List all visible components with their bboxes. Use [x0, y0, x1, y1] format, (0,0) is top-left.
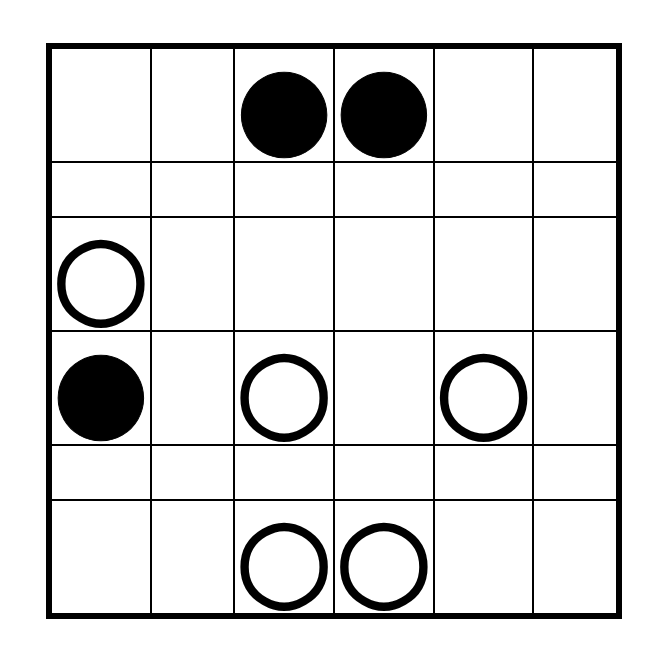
- cell-r1c4[interactable]: ●: [335, 49, 433, 161]
- cell-r5c4[interactable]: [335, 446, 433, 499]
- cell-r6c6[interactable]: [534, 501, 616, 613]
- cell-r2c2[interactable]: [152, 163, 234, 216]
- cell-r5c5[interactable]: [435, 446, 533, 499]
- black-disc: ●: [235, 49, 333, 161]
- cell-r6c3[interactable]: ○: [235, 501, 333, 613]
- board: ●●○●○○○○: [46, 43, 622, 619]
- cell-r3c2[interactable]: [152, 218, 234, 330]
- cell-r6c5[interactable]: [435, 501, 533, 613]
- cell-r2c6[interactable]: [534, 163, 616, 216]
- cell-r4c3[interactable]: ○: [235, 332, 333, 444]
- cell-r4c2[interactable]: [152, 332, 234, 444]
- cell-r2c3[interactable]: [235, 163, 333, 216]
- white-disc: ○: [435, 332, 533, 444]
- cell-r1c1[interactable]: [52, 49, 150, 161]
- cell-r5c6[interactable]: [534, 446, 616, 499]
- cell-r2c4[interactable]: [335, 163, 433, 216]
- cell-r6c2[interactable]: [152, 501, 234, 613]
- cell-r3c5[interactable]: [435, 218, 533, 330]
- white-disc: ○: [235, 332, 333, 444]
- cell-r4c4[interactable]: [335, 332, 433, 444]
- cell-r3c3[interactable]: [235, 218, 333, 330]
- cell-r3c6[interactable]: [534, 218, 616, 330]
- page: ●●○●○○○○: [0, 0, 665, 665]
- white-disc: ○: [235, 501, 333, 613]
- cell-r1c6[interactable]: [534, 49, 616, 161]
- cell-r4c6[interactable]: [534, 332, 616, 444]
- cell-r2c5[interactable]: [435, 163, 533, 216]
- cell-r5c1[interactable]: [52, 446, 150, 499]
- cell-r4c5[interactable]: ○: [435, 332, 533, 444]
- black-disc: ●: [52, 332, 150, 444]
- cell-r6c4[interactable]: ○: [335, 501, 433, 613]
- white-disc: ○: [52, 218, 150, 330]
- cell-r4c1[interactable]: ●: [52, 332, 150, 444]
- cell-r2c1[interactable]: [52, 163, 150, 216]
- white-disc: ○: [335, 501, 433, 613]
- cell-r6c1[interactable]: [52, 501, 150, 613]
- cell-r1c5[interactable]: [435, 49, 533, 161]
- black-disc: ●: [335, 49, 433, 161]
- cell-r3c1[interactable]: ○: [52, 218, 150, 330]
- cell-r5c3[interactable]: [235, 446, 333, 499]
- cell-r1c2[interactable]: [152, 49, 234, 161]
- cell-r3c4[interactable]: [335, 218, 433, 330]
- cell-r5c2[interactable]: [152, 446, 234, 499]
- cell-r1c3[interactable]: ●: [235, 49, 333, 161]
